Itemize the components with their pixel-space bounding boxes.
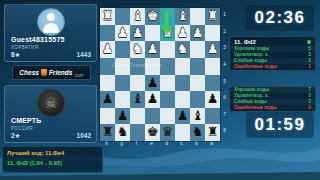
square-e3[interactable]: ♟: [145, 41, 160, 58]
square-d8[interactable]: ♛: [160, 124, 175, 141]
black-rook-a8[interactable]: ♜: [205, 124, 220, 141]
square-h5[interactable]: [100, 75, 115, 92]
white-pawn-b2[interactable]: ♟: [190, 25, 205, 42]
square-b2[interactable]: ♟: [190, 25, 205, 42]
square-b1[interactable]: [190, 8, 205, 25]
square-e6[interactable]: ♟: [145, 91, 160, 108]
square-c7[interactable]: ♟: [175, 108, 190, 125]
white-pawn-h3[interactable]: ♟: [100, 41, 115, 58]
black-pawn-g7[interactable]: ♟: [115, 108, 130, 125]
stat-value: 0: [308, 105, 311, 111]
player-stars-top: 8★: [11, 51, 20, 59]
white-knight-c3[interactable]: ♞: [175, 41, 190, 58]
square-c5[interactable]: [175, 75, 190, 92]
file-label-e: e: [144, 140, 159, 148]
file-label-h: h: [99, 140, 114, 148]
white-stat-rows: Хорошие ходы5Удовлетвор. х.3Слабые ходы2…: [230, 46, 315, 70]
player-stars-bottom: 2★: [11, 132, 20, 140]
file-label-a: a: [204, 140, 219, 148]
black-knight-b8[interactable]: ♞: [190, 124, 205, 141]
square-b5[interactable]: [190, 75, 205, 92]
square-c8[interactable]: [175, 124, 190, 141]
square-c4[interactable]: [175, 58, 190, 75]
current-move-label: 11. Фd2: [234, 39, 256, 45]
square-f8[interactable]: [130, 124, 145, 141]
white-rook-h1[interactable]: ♜: [100, 8, 115, 25]
player-meta-bottom: 2★ 1042: [11, 132, 91, 141]
square-h3[interactable]: ♟: [100, 41, 115, 58]
white-rook-a1[interactable]: ♜: [205, 8, 220, 25]
square-c2[interactable]: ♟: [175, 25, 190, 42]
square-e7[interactable]: [145, 108, 160, 125]
square-g7[interactable]: ♟: [115, 108, 130, 125]
square-g6[interactable]: [115, 91, 130, 108]
file-label-f: f: [129, 140, 144, 148]
black-knight-g8[interactable]: ♞: [115, 124, 130, 141]
white-pawn-a3[interactable]: ♟: [205, 41, 220, 58]
square-b6[interactable]: [190, 91, 205, 108]
player-country-bottom: РОССИЯ: [11, 126, 33, 131]
square-d1[interactable]: [160, 8, 175, 25]
stat-label: Ошибочные ходы: [234, 105, 277, 111]
player-meta-top: 8★ 1443: [11, 51, 91, 60]
square-g3[interactable]: [115, 41, 130, 58]
white-pawn-e3[interactable]: ♟: [145, 41, 160, 58]
square-d4[interactable]: [160, 58, 175, 75]
square-d2[interactable]: ♛: [160, 25, 175, 42]
white-king-e1[interactable]: ♚: [145, 8, 160, 25]
square-a6[interactable]: ♟: [205, 91, 220, 108]
chess-board[interactable]: ♜♝♚♝♜♟♟♛♟♟♟♞♟♞♟♟♟♝♟♟♟♟♝♜♞♚♛♞♜: [99, 7, 221, 142]
black-pawn-c7[interactable]: ♟: [175, 108, 190, 125]
move-stats-panel-black: Хорошие ходы7Удовлетвор. х.2Слабые ходы3…: [229, 86, 316, 112]
white-pawn-c2[interactable]: ♟: [175, 25, 190, 42]
square-b3[interactable]: [190, 41, 205, 58]
black-bishop-b7[interactable]: ♝: [190, 108, 205, 125]
black-bishop-f6[interactable]: ♝: [130, 91, 145, 108]
avatar-top-player[interactable]: [37, 8, 65, 36]
square-h6[interactable]: ♟: [100, 91, 115, 108]
square-d3[interactable]: [160, 41, 175, 58]
square-e4[interactable]: [145, 58, 160, 75]
logo-shield-icon: [41, 69, 47, 76]
square-h8[interactable]: ♜: [100, 124, 115, 141]
player-name-top: Guest48315575: [11, 36, 95, 43]
stat-row: Ошибочные ходы0: [230, 105, 315, 111]
square-d5[interactable]: [160, 75, 175, 92]
chessfriends-logo-banner[interactable]: Chess Friends .com: [12, 65, 91, 80]
square-f6[interactable]: ♝: [130, 91, 145, 108]
rank-label-6: 6: [221, 90, 228, 107]
player-card-bottom: ☠ СМЕРТЬ РОССИЯ 2★ 1042: [4, 85, 97, 143]
square-g2[interactable]: ♟: [115, 25, 130, 42]
black-pawn-a6[interactable]: ♟: [205, 91, 220, 108]
square-g1[interactable]: [115, 8, 130, 25]
avatar-bottom-player[interactable]: ☠: [37, 89, 65, 117]
square-e8[interactable]: ♚: [145, 124, 160, 141]
stat-value: 1: [308, 64, 311, 70]
square-a3[interactable]: ♟: [205, 41, 220, 58]
square-a1[interactable]: ♜: [205, 8, 220, 25]
square-f3[interactable]: ♞: [130, 41, 145, 58]
square-f1[interactable]: ♝: [130, 8, 145, 25]
rank-label-7: 7: [221, 107, 228, 124]
black-queen-d8[interactable]: ♛: [160, 124, 175, 141]
move-stats-panel-white: 11. Фd2 Хорошие ходы5Удовлетвор. х.3Слаб…: [229, 36, 316, 71]
square-a2[interactable]: [205, 25, 220, 42]
rank-label-4: 4: [221, 57, 228, 74]
square-g4[interactable]: [115, 58, 130, 75]
square-f7[interactable]: [130, 108, 145, 125]
square-c6[interactable]: [175, 91, 190, 108]
played-move-eval-text: 11. Фd2 (1.84→0.92): [7, 160, 98, 166]
file-label-b: b: [189, 140, 204, 148]
square-f2[interactable]: ♟: [130, 25, 145, 42]
rank-label-5: 5: [221, 74, 228, 91]
white-bishop-f1[interactable]: ♝: [130, 8, 145, 25]
square-a5[interactable]: [205, 75, 220, 92]
square-a8[interactable]: ♜: [205, 124, 220, 141]
white-queen-d2[interactable]: ♛: [160, 25, 175, 42]
square-b8[interactable]: ♞: [190, 124, 205, 141]
rank-coordinates: 12345678: [221, 7, 228, 140]
white-bishop-c1[interactable]: ♝: [175, 8, 190, 25]
square-h7[interactable]: [100, 108, 115, 125]
player-name-bottom: СМЕРТЬ: [11, 117, 95, 124]
black-rook-h8[interactable]: ♜: [100, 124, 115, 141]
logo-text-chess: Chess: [19, 69, 39, 76]
white-pawn-g2[interactable]: ♟: [115, 25, 130, 42]
square-c3[interactable]: ♞: [175, 41, 190, 58]
square-g8[interactable]: ♞: [115, 124, 130, 141]
player-rating-top: 1443: [77, 51, 91, 58]
square-f4[interactable]: [130, 58, 145, 75]
white-pawn-f2[interactable]: ♟: [130, 25, 145, 42]
square-b7[interactable]: ♝: [190, 108, 205, 125]
analysis-box: Лучший ход: 11.Фe4 11. Фd2 (1.84→0.92): [2, 146, 103, 173]
black-pawn-h6[interactable]: ♟: [100, 91, 115, 108]
logo-text-friends: Friends: [49, 69, 72, 76]
square-e2[interactable]: [145, 25, 160, 42]
stat-label: Ошибочные ходы: [234, 64, 277, 70]
square-b4[interactable]: [190, 58, 205, 75]
file-label-d: d: [159, 140, 174, 148]
file-label-g: g: [114, 140, 129, 148]
square-g5[interactable]: [115, 75, 130, 92]
square-d6[interactable]: [160, 91, 175, 108]
file-label-c: c: [174, 140, 189, 148]
square-d7[interactable]: [160, 108, 175, 125]
stat-row: Ошибочные ходы1: [230, 64, 315, 70]
square-h2[interactable]: [100, 25, 115, 42]
move-stats-header: 11. Фd2: [230, 37, 315, 46]
clock-top-player: 02:36: [246, 5, 314, 31]
black-king-e8[interactable]: ♚: [145, 124, 160, 141]
clock-bottom-player: 01:59: [246, 112, 314, 138]
best-move-text: Лучший ход: 11.Фe4: [7, 150, 98, 156]
player-card-top: Guest48315575 ХОРВАТИЯ 8★ 1443: [4, 4, 97, 62]
square-h4[interactable]: [100, 58, 115, 75]
square-h1[interactable]: ♜: [100, 8, 115, 25]
chess-app-window: Guest48315575 ХОРВАТИЯ 8★ 1443 Chess Fri…: [0, 0, 320, 180]
avatar-silhouette-body: [43, 23, 59, 33]
black-pawn-e6[interactable]: ♟: [145, 91, 160, 108]
square-c1[interactable]: ♝: [175, 8, 190, 25]
rank-label-2: 2: [221, 24, 228, 41]
white-knight-f3[interactable]: ♞: [130, 41, 145, 58]
player-rating-bottom: 1042: [77, 132, 91, 139]
move-quality-dot-icon: [307, 40, 311, 44]
avatar-silhouette-icon: [47, 13, 55, 21]
file-coordinates: hgfedcba: [99, 140, 219, 148]
rank-label-1: 1: [221, 7, 228, 24]
square-e1[interactable]: ♚: [145, 8, 160, 25]
player-country-top: ХОРВАТИЯ: [11, 45, 38, 50]
black-pawn-e5[interactable]: ♟: [145, 75, 160, 92]
square-e5[interactable]: ♟: [145, 75, 160, 92]
rank-label-8: 8: [221, 123, 228, 140]
square-a4[interactable]: [205, 58, 220, 75]
square-f5[interactable]: [130, 75, 145, 92]
logo-text-com: .com: [74, 73, 84, 78]
black-stat-rows: Хорошие ходы7Удовлетвор. х.2Слабые ходы3…: [230, 87, 315, 111]
square-a7[interactable]: [205, 108, 220, 125]
rank-label-3: 3: [221, 40, 228, 57]
